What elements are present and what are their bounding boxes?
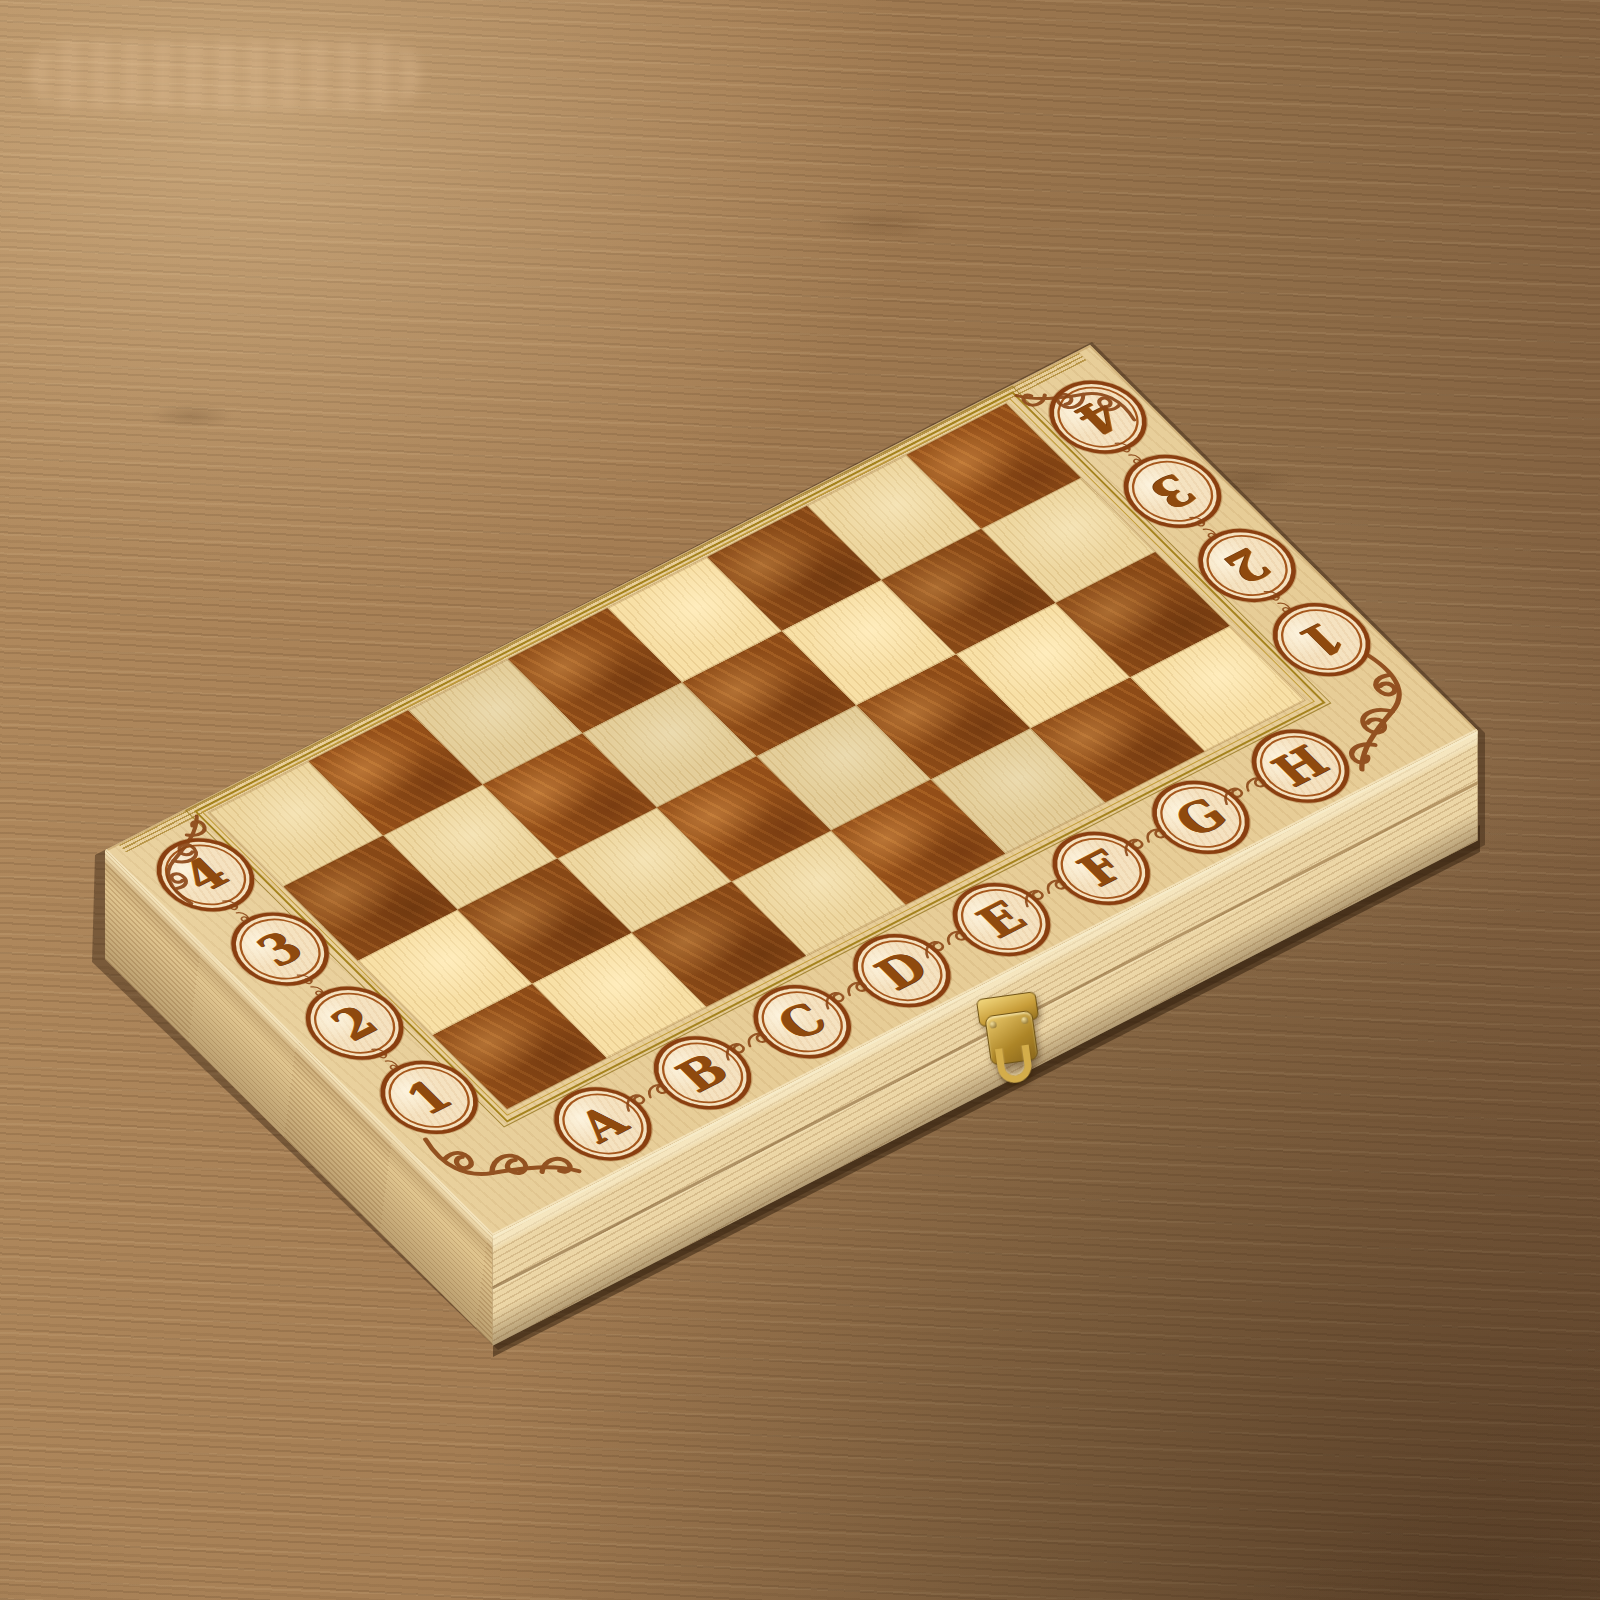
rank-medallion-left-3-label: 3 (249, 925, 312, 974)
watermark (30, 40, 420, 110)
rank-medallion-left-2-label: 2 (323, 999, 386, 1048)
chess-box: 4321 4321 ABCDEFGH (105, 345, 1478, 1236)
scene-floor: 4321 4321 ABCDEFGH (0, 0, 1600, 1600)
rank-medallion-right-3-label: 3 (1141, 467, 1204, 516)
latch-clasp (966, 990, 1056, 1092)
rank-medallion-left-1-label: 1 (398, 1073, 461, 1122)
rank-medallion-right-1-label: 1 (1290, 615, 1353, 664)
rank-medallion-right-2-label: 2 (1216, 541, 1279, 590)
latch-hook (995, 1045, 1034, 1085)
